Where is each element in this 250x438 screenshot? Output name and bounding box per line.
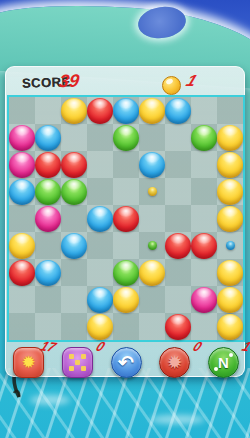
score-value: 39 (57, 71, 80, 93)
coin-icon (162, 76, 181, 95)
path-powerup-button[interactable]: N 1 (208, 347, 239, 378)
ball-blue[interactable] (61, 233, 87, 259)
ball-magenta[interactable] (9, 125, 35, 151)
game-screen: SCORE 39 1 ✹ 17 0 ↶ ✹ 0 N 1 (0, 0, 250, 438)
ball-yellow[interactable] (217, 287, 243, 313)
ball-blue[interactable] (113, 98, 139, 124)
starburst-icon: ✹ (21, 354, 35, 371)
small-ball-blue[interactable] (226, 241, 235, 250)
ball-magenta[interactable] (35, 206, 61, 232)
powerup-toolbar: ✹ 17 0 ↶ ✹ 0 N 1 (13, 347, 239, 381)
small-ball-green[interactable] (148, 241, 157, 250)
ball-red[interactable] (191, 233, 217, 259)
ball-green[interactable] (113, 260, 139, 286)
ball-yellow[interactable] (9, 233, 35, 259)
ball-blue[interactable] (9, 179, 35, 205)
ball-blue[interactable] (35, 125, 61, 151)
ball-magenta[interactable] (191, 287, 217, 313)
ball-yellow[interactable] (61, 98, 87, 124)
ball-yellow[interactable] (217, 179, 243, 205)
path-n-icon: N (218, 355, 229, 370)
light-streak (150, 415, 205, 424)
coin-count: 1 (183, 72, 199, 90)
ball-red[interactable] (61, 152, 87, 178)
ball-blue[interactable] (165, 98, 191, 124)
ball-blue[interactable] (35, 260, 61, 286)
ball-green[interactable] (35, 179, 61, 205)
ball-blue[interactable] (87, 287, 113, 313)
ball-green[interactable] (113, 125, 139, 151)
ball-red[interactable] (165, 233, 191, 259)
game-board[interactable] (7, 95, 245, 342)
ball-red[interactable] (113, 206, 139, 232)
ball-green[interactable] (191, 125, 217, 151)
bomb-powerup-button[interactable]: ✹ 17 (13, 347, 44, 378)
dice-five-icon (69, 354, 86, 371)
ball-yellow[interactable] (217, 314, 243, 340)
ball-yellow[interactable] (139, 98, 165, 124)
undo-arrow-icon: ↶ (118, 353, 134, 372)
shuffle-powerup-button[interactable]: 0 (62, 347, 93, 378)
ball-blue[interactable] (87, 206, 113, 232)
ball-yellow[interactable] (217, 152, 243, 178)
star-icon: ✹ (167, 353, 183, 372)
blast-powerup-button[interactable]: ✹ 0 (159, 347, 190, 378)
ball-yellow[interactable] (217, 260, 243, 286)
ball-green[interactable] (61, 179, 87, 205)
ball-yellow[interactable] (113, 287, 139, 313)
ball-yellow[interactable] (217, 125, 243, 151)
ball-red[interactable] (165, 314, 191, 340)
game-panel: SCORE 39 1 ✹ 17 0 ↶ ✹ 0 N 1 (5, 66, 245, 377)
ball-yellow[interactable] (139, 260, 165, 286)
ball-yellow[interactable] (87, 314, 113, 340)
ball-blue[interactable] (139, 152, 165, 178)
ball-yellow[interactable] (217, 206, 243, 232)
ball-magenta[interactable] (9, 152, 35, 178)
undo-button[interactable]: ↶ (111, 347, 142, 378)
ball-red[interactable] (35, 152, 61, 178)
ball-red[interactable] (87, 98, 113, 124)
ball-red[interactable] (9, 260, 35, 286)
small-ball-yellow[interactable] (148, 187, 157, 196)
